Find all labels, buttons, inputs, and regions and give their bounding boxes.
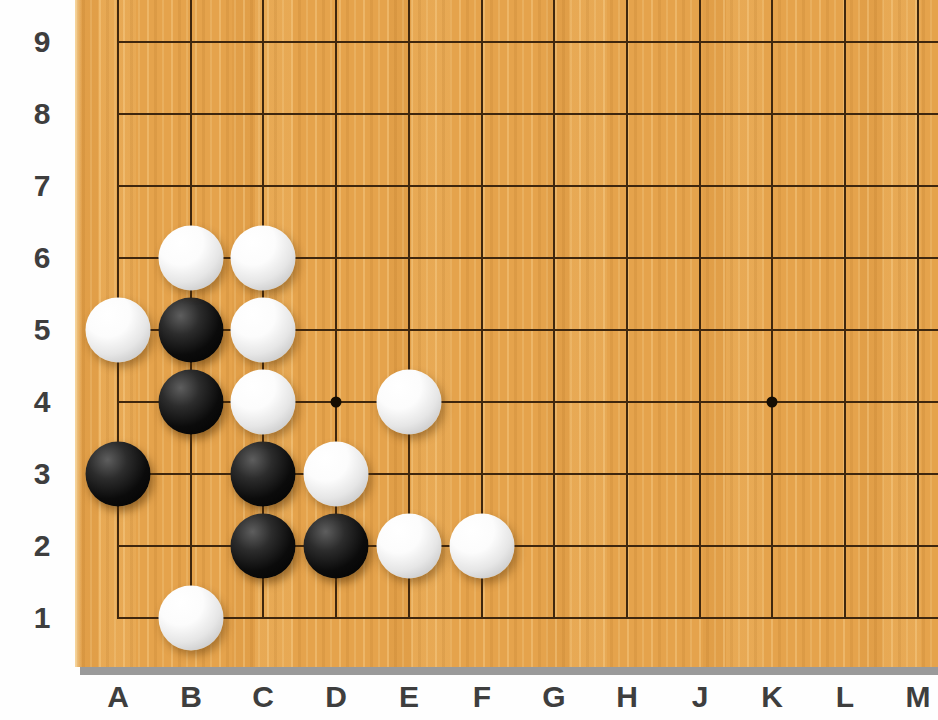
row-label-6: 6 xyxy=(12,240,72,276)
white-stone-glyph: ○ xyxy=(466,520,497,572)
white-stone-C5: ○ xyxy=(231,298,296,363)
go-board[interactable]: ●●●●●●○○○○○○○○○○ xyxy=(75,0,938,667)
white-stone-B6: ○ xyxy=(159,226,224,291)
column-label-L: L xyxy=(809,679,881,715)
black-stone-glyph: ● xyxy=(102,448,133,500)
column-label-F: F xyxy=(446,679,518,715)
white-stone-glyph: ○ xyxy=(175,232,206,284)
row-label-1: 1 xyxy=(12,600,72,636)
black-stone-B5: ● xyxy=(159,298,224,363)
black-stone-glyph: ● xyxy=(247,448,278,500)
white-stone-glyph: ○ xyxy=(247,232,278,284)
column-label-J: J xyxy=(664,679,736,715)
white-stone-D3: ○ xyxy=(304,442,369,507)
row-label-3: 3 xyxy=(12,456,72,492)
column-label-D: D xyxy=(300,679,372,715)
row-label-4: 4 xyxy=(12,384,72,420)
column-label-H: H xyxy=(591,679,663,715)
white-stone-glyph: ○ xyxy=(247,376,278,428)
grid-line-vertical-H xyxy=(626,0,628,619)
go-diagram-screen: ●●●●●●○○○○○○○○○○ 987654321 ABCDEFGHJKLM xyxy=(0,0,938,720)
row-label-8: 8 xyxy=(12,96,72,132)
white-stone-B1: ○ xyxy=(159,586,224,651)
column-label-E: E xyxy=(373,679,445,715)
white-stone-glyph: ○ xyxy=(247,304,278,356)
grid-line-vertical-J xyxy=(699,0,701,619)
black-stone-glyph: ● xyxy=(175,376,206,428)
black-stone-glyph: ● xyxy=(175,304,206,356)
white-stone-C6: ○ xyxy=(231,226,296,291)
column-label-K: K xyxy=(736,679,808,715)
grid-line-vertical-M xyxy=(917,0,919,619)
black-stone-glyph: ● xyxy=(320,520,351,572)
black-stone-C2: ● xyxy=(231,514,296,579)
column-label-G: G xyxy=(518,679,590,715)
star-point-K4 xyxy=(767,397,778,408)
white-stone-E2: ○ xyxy=(377,514,442,579)
grid-line-horizontal-7 xyxy=(117,185,938,187)
board-edge-shadow xyxy=(80,667,938,675)
black-stone-C3: ● xyxy=(231,442,296,507)
white-stone-C4: ○ xyxy=(231,370,296,435)
black-stone-D2: ● xyxy=(304,514,369,579)
white-stone-glyph: ○ xyxy=(393,376,424,428)
grid-line-vertical-L xyxy=(844,0,846,619)
row-label-9: 9 xyxy=(12,24,72,60)
row-label-7: 7 xyxy=(12,168,72,204)
black-stone-glyph: ● xyxy=(247,520,278,572)
white-stone-A5: ○ xyxy=(86,298,151,363)
white-stone-glyph: ○ xyxy=(175,592,206,644)
black-stone-A3: ● xyxy=(86,442,151,507)
grid-line-vertical-K xyxy=(771,0,773,619)
grid-line-horizontal-8 xyxy=(117,113,938,115)
grid-line-horizontal-1 xyxy=(117,617,938,619)
row-label-2: 2 xyxy=(12,528,72,564)
row-label-5: 5 xyxy=(12,312,72,348)
white-stone-F2: ○ xyxy=(450,514,515,579)
column-label-C: C xyxy=(227,679,299,715)
column-label-B: B xyxy=(155,679,227,715)
black-stone-B4: ● xyxy=(159,370,224,435)
white-stone-glyph: ○ xyxy=(102,304,133,356)
grid-line-horizontal-9 xyxy=(117,41,938,43)
star-point-D4 xyxy=(331,397,342,408)
grid-line-vertical-G xyxy=(553,0,555,619)
white-stone-glyph: ○ xyxy=(320,448,351,500)
white-stone-E4: ○ xyxy=(377,370,442,435)
column-label-A: A xyxy=(82,679,154,715)
column-label-M: M xyxy=(882,679,938,715)
white-stone-glyph: ○ xyxy=(393,520,424,572)
